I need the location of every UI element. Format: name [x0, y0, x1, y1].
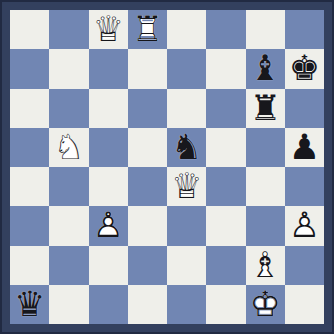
- square-g5[interactable]: [246, 128, 285, 167]
- square-a1[interactable]: ♛: [10, 285, 49, 324]
- black-knight-icon: ♞: [167, 128, 206, 167]
- piece-black-queen[interactable]: ♛: [10, 285, 49, 324]
- square-f6[interactable]: [206, 89, 245, 128]
- square-g8[interactable]: [246, 10, 285, 49]
- board-frame: ♛♕♜♖♝♚♜♞♘♞♟♛♕♟♙♟♙♝♗♛♚♔: [0, 0, 334, 334]
- square-g7[interactable]: ♝: [246, 49, 285, 88]
- square-g4[interactable]: [246, 167, 285, 206]
- square-c5[interactable]: [89, 128, 128, 167]
- square-a2[interactable]: [10, 246, 49, 285]
- black-pawn-icon: ♟: [285, 128, 324, 167]
- square-c1[interactable]: [89, 285, 128, 324]
- square-f2[interactable]: [206, 246, 245, 285]
- square-d1[interactable]: [128, 285, 167, 324]
- white-king-outline-icon: ♔: [246, 285, 285, 324]
- square-a5[interactable]: [10, 128, 49, 167]
- square-d6[interactable]: [128, 89, 167, 128]
- square-h4[interactable]: [285, 167, 324, 206]
- piece-black-knight[interactable]: ♞: [167, 128, 206, 167]
- chess-board[interactable]: ♛♕♜♖♝♚♜♞♘♞♟♛♕♟♙♟♙♝♗♛♚♔: [10, 10, 324, 324]
- square-h8[interactable]: [285, 10, 324, 49]
- white-rook-outline-icon: ♖: [128, 10, 167, 49]
- white-pawn-outline-icon: ♙: [89, 206, 128, 245]
- square-e4[interactable]: ♛♕: [167, 167, 206, 206]
- square-c6[interactable]: [89, 89, 128, 128]
- square-f7[interactable]: [206, 49, 245, 88]
- piece-white-queen[interactable]: ♛♕: [89, 10, 128, 49]
- square-e2[interactable]: [167, 246, 206, 285]
- square-e1[interactable]: [167, 285, 206, 324]
- square-b4[interactable]: [49, 167, 88, 206]
- black-bishop-icon: ♝: [246, 49, 285, 88]
- square-h1[interactable]: [285, 285, 324, 324]
- square-b6[interactable]: [49, 89, 88, 128]
- square-e7[interactable]: [167, 49, 206, 88]
- white-bishop-outline-icon: ♗: [246, 246, 285, 285]
- white-knight-outline-icon: ♘: [49, 128, 88, 167]
- square-f8[interactable]: [206, 10, 245, 49]
- square-h7[interactable]: ♚: [285, 49, 324, 88]
- square-d5[interactable]: [128, 128, 167, 167]
- square-a6[interactable]: [10, 89, 49, 128]
- square-g1[interactable]: ♚♔: [246, 285, 285, 324]
- square-g3[interactable]: [246, 206, 285, 245]
- square-f1[interactable]: [206, 285, 245, 324]
- square-b3[interactable]: [49, 206, 88, 245]
- square-d3[interactable]: [128, 206, 167, 245]
- square-b5[interactable]: ♞♘: [49, 128, 88, 167]
- square-a7[interactable]: [10, 49, 49, 88]
- square-a8[interactable]: [10, 10, 49, 49]
- square-h6[interactable]: [285, 89, 324, 128]
- piece-black-bishop[interactable]: ♝: [246, 49, 285, 88]
- piece-black-pawn[interactable]: ♟: [285, 128, 324, 167]
- black-rook-icon: ♜: [246, 89, 285, 128]
- square-f3[interactable]: [206, 206, 245, 245]
- square-c7[interactable]: [89, 49, 128, 88]
- square-b8[interactable]: [49, 10, 88, 49]
- square-f4[interactable]: [206, 167, 245, 206]
- square-d2[interactable]: [128, 246, 167, 285]
- square-c3[interactable]: ♟♙: [89, 206, 128, 245]
- square-e6[interactable]: [167, 89, 206, 128]
- square-g6[interactable]: ♜: [246, 89, 285, 128]
- square-b2[interactable]: [49, 246, 88, 285]
- piece-white-queen[interactable]: ♛♕: [167, 167, 206, 206]
- square-h3[interactable]: ♟♙: [285, 206, 324, 245]
- piece-white-knight[interactable]: ♞♘: [49, 128, 88, 167]
- square-d4[interactable]: [128, 167, 167, 206]
- piece-white-pawn[interactable]: ♟♙: [89, 206, 128, 245]
- piece-black-rook[interactable]: ♜: [246, 89, 285, 128]
- black-queen-icon: ♛: [10, 285, 49, 324]
- piece-black-king[interactable]: ♚: [285, 49, 324, 88]
- square-b1[interactable]: [49, 285, 88, 324]
- white-queen-outline-icon: ♕: [167, 167, 206, 206]
- piece-white-rook[interactable]: ♜♖: [128, 10, 167, 49]
- square-f5[interactable]: [206, 128, 245, 167]
- square-b7[interactable]: [49, 49, 88, 88]
- square-a4[interactable]: [10, 167, 49, 206]
- square-g2[interactable]: ♝♗: [246, 246, 285, 285]
- square-a3[interactable]: [10, 206, 49, 245]
- square-e5[interactable]: ♞: [167, 128, 206, 167]
- square-h5[interactable]: ♟: [285, 128, 324, 167]
- piece-white-bishop[interactable]: ♝♗: [246, 246, 285, 285]
- white-queen-outline-icon: ♕: [89, 10, 128, 49]
- square-c2[interactable]: [89, 246, 128, 285]
- square-d7[interactable]: [128, 49, 167, 88]
- square-c8[interactable]: ♛♕: [89, 10, 128, 49]
- square-e3[interactable]: [167, 206, 206, 245]
- white-pawn-outline-icon: ♙: [285, 206, 324, 245]
- square-c4[interactable]: [89, 167, 128, 206]
- square-h2[interactable]: [285, 246, 324, 285]
- piece-white-king[interactable]: ♚♔: [246, 285, 285, 324]
- piece-white-pawn[interactable]: ♟♙: [285, 206, 324, 245]
- black-king-icon: ♚: [285, 49, 324, 88]
- square-d8[interactable]: ♜♖: [128, 10, 167, 49]
- square-e8[interactable]: [167, 10, 206, 49]
